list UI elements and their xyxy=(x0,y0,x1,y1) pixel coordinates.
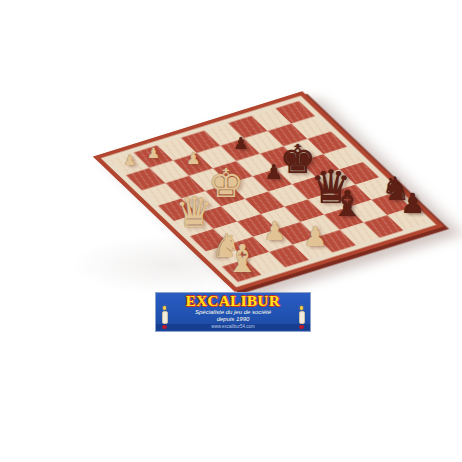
banner-subtitle: Spécialiste du jeu de société xyxy=(156,309,310,316)
banner-url: www.excalibur54.com xyxy=(156,324,310,330)
rose-icon xyxy=(162,325,167,329)
candle-body xyxy=(299,311,305,324)
flame-icon xyxy=(300,306,303,310)
candle-piece-icon-left xyxy=(161,306,168,330)
flame-icon xyxy=(163,306,166,310)
candle-piece-icon-right xyxy=(298,306,305,330)
rose-icon xyxy=(299,325,304,329)
banner-title: EXCALIBUR xyxy=(156,293,310,309)
banner-tagline: depuis 1990 xyxy=(156,316,310,323)
excalibur-banner: EXCALIBUR Spécialiste du jeu de société … xyxy=(155,292,311,332)
candle-body xyxy=(162,311,168,324)
page-background: ♟♟♟♚♛♞♟♝♟♟♟♚♛♝♞♟ EXCALIBUR Spécialiste d… xyxy=(0,0,462,462)
